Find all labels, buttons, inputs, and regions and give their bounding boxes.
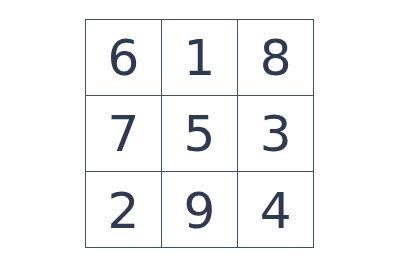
cell-r1c3: 8 [238, 20, 313, 95]
magic-square-board: 6 1 8 7 5 3 2 9 4 [85, 19, 314, 248]
cell-r3c2: 9 [162, 172, 237, 247]
cell-r1c1: 6 [86, 20, 161, 95]
cell-r3c3: 4 [238, 172, 313, 247]
cell-r2c3: 3 [238, 96, 313, 171]
cell-r2c2: 5 [162, 96, 237, 171]
page-background: 6 1 8 7 5 3 2 9 4 [0, 0, 400, 274]
cell-r3c1: 2 [86, 172, 161, 247]
cell-r1c2: 1 [162, 20, 237, 95]
cell-r2c1: 7 [86, 96, 161, 171]
